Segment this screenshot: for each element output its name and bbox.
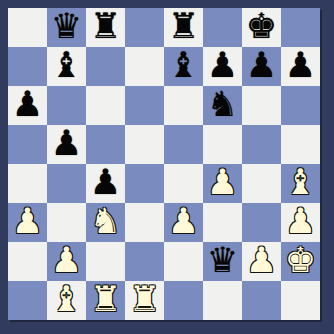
piece-black-pawn[interactable]: ♟ bbox=[90, 164, 121, 202]
square-f6[interactable]: ♞ bbox=[203, 86, 242, 125]
square-c2[interactable] bbox=[86, 242, 125, 281]
square-b6[interactable] bbox=[47, 86, 86, 125]
piece-white-pawn[interactable]: ♟ bbox=[285, 203, 316, 241]
piece-white-bishop[interactable]: ♝ bbox=[285, 164, 316, 202]
square-a4[interactable] bbox=[8, 164, 47, 203]
square-h6[interactable] bbox=[281, 86, 320, 125]
square-g6[interactable] bbox=[242, 86, 281, 125]
square-c8[interactable]: ♜ bbox=[86, 8, 125, 47]
square-g8[interactable]: ♚ bbox=[242, 8, 281, 47]
square-f3[interactable] bbox=[203, 203, 242, 242]
square-e5[interactable] bbox=[164, 125, 203, 164]
square-b8[interactable]: ♛ bbox=[47, 8, 86, 47]
square-b7[interactable]: ♝ bbox=[47, 47, 86, 86]
square-c4[interactable]: ♟ bbox=[86, 164, 125, 203]
square-h1[interactable] bbox=[281, 281, 320, 320]
piece-white-pawn[interactable]: ♟ bbox=[246, 242, 277, 280]
square-f1[interactable] bbox=[203, 281, 242, 320]
square-d3[interactable] bbox=[125, 203, 164, 242]
square-f7[interactable]: ♟ bbox=[203, 47, 242, 86]
piece-black-knight[interactable]: ♞ bbox=[207, 86, 238, 124]
piece-white-pawn[interactable]: ♟ bbox=[51, 242, 82, 280]
square-h3[interactable]: ♟ bbox=[281, 203, 320, 242]
square-c1[interactable]: ♜ bbox=[86, 281, 125, 320]
piece-white-pawn[interactable]: ♟ bbox=[12, 203, 43, 241]
square-a8[interactable] bbox=[8, 8, 47, 47]
piece-white-bishop[interactable]: ♝ bbox=[51, 281, 82, 319]
square-e3[interactable]: ♟ bbox=[164, 203, 203, 242]
square-b2[interactable]: ♟ bbox=[47, 242, 86, 281]
square-h8[interactable] bbox=[281, 8, 320, 47]
square-h4[interactable]: ♝ bbox=[281, 164, 320, 203]
square-e6[interactable] bbox=[164, 86, 203, 125]
square-e8[interactable]: ♜ bbox=[164, 8, 203, 47]
square-b1[interactable]: ♝ bbox=[47, 281, 86, 320]
square-b5[interactable]: ♟ bbox=[47, 125, 86, 164]
piece-white-king[interactable]: ♚ bbox=[285, 242, 316, 280]
piece-white-rook[interactable]: ♜ bbox=[129, 281, 160, 319]
chessboard: ♛♜♜♚♝♝♟♟♟♟♞♟♟♟♝♟♞♟♟♟♛♟♚♝♜♜ bbox=[8, 8, 320, 320]
square-h2[interactable]: ♚ bbox=[281, 242, 320, 281]
piece-white-pawn[interactable]: ♟ bbox=[207, 164, 238, 202]
square-g1[interactable] bbox=[242, 281, 281, 320]
square-g3[interactable] bbox=[242, 203, 281, 242]
square-e1[interactable] bbox=[164, 281, 203, 320]
piece-black-queen[interactable]: ♛ bbox=[51, 8, 82, 46]
square-c5[interactable] bbox=[86, 125, 125, 164]
board-frame: ♛♜♜♚♝♝♟♟♟♟♞♟♟♟♝♟♞♟♟♟♛♟♚♝♜♜ bbox=[0, 0, 334, 334]
square-g4[interactable] bbox=[242, 164, 281, 203]
square-h5[interactable] bbox=[281, 125, 320, 164]
square-g5[interactable] bbox=[242, 125, 281, 164]
piece-black-bishop[interactable]: ♝ bbox=[51, 47, 82, 85]
square-g2[interactable]: ♟ bbox=[242, 242, 281, 281]
square-a1[interactable] bbox=[8, 281, 47, 320]
square-f5[interactable] bbox=[203, 125, 242, 164]
square-b4[interactable] bbox=[47, 164, 86, 203]
square-e7[interactable]: ♝ bbox=[164, 47, 203, 86]
piece-black-rook[interactable]: ♜ bbox=[168, 8, 199, 46]
square-a6[interactable]: ♟ bbox=[8, 86, 47, 125]
piece-black-rook[interactable]: ♜ bbox=[90, 8, 121, 46]
square-e4[interactable] bbox=[164, 164, 203, 203]
square-d4[interactable] bbox=[125, 164, 164, 203]
piece-white-knight[interactable]: ♞ bbox=[90, 203, 121, 241]
square-d1[interactable]: ♜ bbox=[125, 281, 164, 320]
piece-black-pawn[interactable]: ♟ bbox=[207, 47, 238, 85]
square-f2[interactable]: ♛ bbox=[203, 242, 242, 281]
square-c6[interactable] bbox=[86, 86, 125, 125]
piece-black-queen[interactable]: ♛ bbox=[207, 242, 238, 280]
piece-black-pawn[interactable]: ♟ bbox=[12, 86, 43, 124]
square-d6[interactable] bbox=[125, 86, 164, 125]
square-h7[interactable]: ♟ bbox=[281, 47, 320, 86]
piece-black-pawn[interactable]: ♟ bbox=[285, 47, 316, 85]
square-d8[interactable] bbox=[125, 8, 164, 47]
square-d2[interactable] bbox=[125, 242, 164, 281]
square-d7[interactable] bbox=[125, 47, 164, 86]
square-a5[interactable] bbox=[8, 125, 47, 164]
square-a3[interactable]: ♟ bbox=[8, 203, 47, 242]
square-a2[interactable] bbox=[8, 242, 47, 281]
square-f8[interactable] bbox=[203, 8, 242, 47]
square-c7[interactable] bbox=[86, 47, 125, 86]
square-d5[interactable] bbox=[125, 125, 164, 164]
square-g7[interactable]: ♟ bbox=[242, 47, 281, 86]
square-a7[interactable] bbox=[8, 47, 47, 86]
piece-white-rook[interactable]: ♜ bbox=[90, 281, 121, 319]
piece-white-pawn[interactable]: ♟ bbox=[168, 203, 199, 241]
square-f4[interactable]: ♟ bbox=[203, 164, 242, 203]
piece-black-pawn[interactable]: ♟ bbox=[51, 125, 82, 163]
square-e2[interactable] bbox=[164, 242, 203, 281]
piece-black-pawn[interactable]: ♟ bbox=[246, 47, 277, 85]
square-b3[interactable] bbox=[47, 203, 86, 242]
piece-black-king[interactable]: ♚ bbox=[246, 8, 277, 46]
piece-black-bishop[interactable]: ♝ bbox=[168, 47, 199, 85]
square-c3[interactable]: ♞ bbox=[86, 203, 125, 242]
